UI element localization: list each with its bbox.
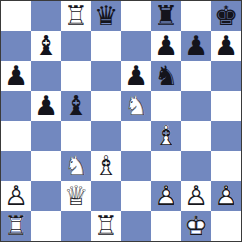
white-rook-outline: ♖ [91, 211, 121, 241]
square-h5[interactable] [211, 91, 241, 121]
square-c7[interactable] [61, 31, 91, 61]
black-pawn-glyph: ♟ [211, 31, 241, 61]
square-a4[interactable] [1, 121, 31, 151]
white-pawn[interactable]: ♟♙ [211, 181, 241, 211]
white-pawn[interactable]: ♟♙ [151, 181, 181, 211]
square-f1[interactable] [151, 211, 181, 241]
square-b5[interactable]: ♟ [31, 91, 61, 121]
black-bishop[interactable]: ♝ [31, 31, 61, 61]
black-pawn[interactable]: ♟ [211, 31, 241, 61]
black-bishop-glyph: ♝ [61, 91, 91, 121]
black-pawn-glyph: ♟ [1, 61, 31, 91]
square-c4[interactable] [61, 121, 91, 151]
white-knight[interactable]: ♞♘ [61, 151, 91, 181]
square-e7[interactable] [121, 31, 151, 61]
black-queen[interactable]: ♛ [91, 1, 121, 31]
square-c1[interactable] [61, 211, 91, 241]
square-f7[interactable]: ♟ [151, 31, 181, 61]
black-rook[interactable]: ♜ [151, 1, 181, 31]
white-pawn-outline: ♙ [181, 181, 211, 211]
black-rook-glyph: ♜ [151, 1, 181, 31]
black-knight-glyph: ♞ [151, 61, 181, 91]
black-queen-glyph: ♛ [91, 1, 121, 31]
square-b3[interactable] [31, 151, 61, 181]
square-a3[interactable] [1, 151, 31, 181]
square-h3[interactable] [211, 151, 241, 181]
square-h4[interactable] [211, 121, 241, 151]
white-pawn[interactable]: ♟♙ [181, 181, 211, 211]
square-c8[interactable]: ♜♖ [61, 1, 91, 31]
square-e2[interactable] [121, 181, 151, 211]
black-pawn-glyph: ♟ [181, 31, 211, 61]
square-e8[interactable] [121, 1, 151, 31]
white-queen-outline: ♕ [61, 181, 91, 211]
square-h1[interactable] [211, 211, 241, 241]
square-h6[interactable] [211, 61, 241, 91]
square-f2[interactable]: ♟♙ [151, 181, 181, 211]
square-g5[interactable] [181, 91, 211, 121]
square-g3[interactable] [181, 151, 211, 181]
square-h8[interactable]: ♚ [211, 1, 241, 31]
white-bishop-outline: ♗ [91, 151, 121, 181]
square-a7[interactable] [1, 31, 31, 61]
white-bishop-outline: ♗ [151, 121, 181, 151]
white-rook[interactable]: ♜♖ [1, 211, 31, 241]
square-a5[interactable] [1, 91, 31, 121]
white-rook[interactable]: ♜♖ [91, 211, 121, 241]
white-rook-outline: ♖ [61, 1, 91, 31]
square-e3[interactable] [121, 151, 151, 181]
square-d5[interactable] [91, 91, 121, 121]
square-e6[interactable]: ♟ [121, 61, 151, 91]
black-king[interactable]: ♚ [211, 1, 241, 31]
square-a1[interactable]: ♜♖ [1, 211, 31, 241]
square-e5[interactable]: ♞♘ [121, 91, 151, 121]
white-pawn-outline: ♙ [211, 181, 241, 211]
white-queen[interactable]: ♛♕ [61, 181, 91, 211]
square-d6[interactable] [91, 61, 121, 91]
square-g8[interactable] [181, 1, 211, 31]
square-f3[interactable] [151, 151, 181, 181]
square-d2[interactable] [91, 181, 121, 211]
black-pawn-glyph: ♟ [151, 31, 181, 61]
chess-board: ♜♖♛♜♚♝♟♟♟♟♟♞♟♝♞♘♝♗♞♘♝♗♟♙♛♕♟♙♟♙♟♙♜♖♜♖♚♔ [0, 0, 242, 242]
white-king-outline: ♔ [181, 211, 211, 241]
square-g4[interactable] [181, 121, 211, 151]
white-king[interactable]: ♚♔ [181, 211, 211, 241]
square-a2[interactable]: ♟♙ [1, 181, 31, 211]
square-b7[interactable]: ♝ [31, 31, 61, 61]
square-c6[interactable] [61, 61, 91, 91]
black-pawn[interactable]: ♟ [121, 61, 151, 91]
square-f4[interactable]: ♝♗ [151, 121, 181, 151]
black-pawn[interactable]: ♟ [181, 31, 211, 61]
square-c3[interactable]: ♞♘ [61, 151, 91, 181]
square-g1[interactable]: ♚♔ [181, 211, 211, 241]
black-bishop[interactable]: ♝ [61, 91, 91, 121]
square-h2[interactable]: ♟♙ [211, 181, 241, 211]
white-bishop[interactable]: ♝♗ [151, 121, 181, 151]
square-d4[interactable] [91, 121, 121, 151]
black-pawn[interactable]: ♟ [31, 91, 61, 121]
square-d1[interactable]: ♜♖ [91, 211, 121, 241]
white-bishop[interactable]: ♝♗ [91, 151, 121, 181]
white-knight-outline: ♘ [61, 151, 91, 181]
white-rook[interactable]: ♜♖ [61, 1, 91, 31]
white-pawn-outline: ♙ [151, 181, 181, 211]
square-f6[interactable]: ♞ [151, 61, 181, 91]
square-f8[interactable]: ♜ [151, 1, 181, 31]
square-e1[interactable] [121, 211, 151, 241]
white-rook-outline: ♖ [1, 211, 31, 241]
square-b4[interactable] [31, 121, 61, 151]
square-d3[interactable]: ♝♗ [91, 151, 121, 181]
square-e4[interactable] [121, 121, 151, 151]
square-g6[interactable] [181, 61, 211, 91]
black-bishop-glyph: ♝ [31, 31, 61, 61]
square-b6[interactable] [31, 61, 61, 91]
square-d7[interactable] [91, 31, 121, 61]
black-knight[interactable]: ♞ [151, 61, 181, 91]
black-pawn-glyph: ♟ [121, 61, 151, 91]
black-pawn[interactable]: ♟ [151, 31, 181, 61]
square-b8[interactable] [31, 1, 61, 31]
square-h7[interactable]: ♟ [211, 31, 241, 61]
square-b2[interactable] [31, 181, 61, 211]
white-knight-outline: ♘ [121, 91, 151, 121]
square-f5[interactable] [151, 91, 181, 121]
square-b1[interactable] [31, 211, 61, 241]
square-c5[interactable]: ♝ [61, 91, 91, 121]
white-pawn[interactable]: ♟♙ [1, 181, 31, 211]
black-pawn[interactable]: ♟ [1, 61, 31, 91]
square-d8[interactable]: ♛ [91, 1, 121, 31]
black-pawn-glyph: ♟ [31, 91, 61, 121]
square-a6[interactable]: ♟ [1, 61, 31, 91]
square-c2[interactable]: ♛♕ [61, 181, 91, 211]
square-g2[interactable]: ♟♙ [181, 181, 211, 211]
square-g7[interactable]: ♟ [181, 31, 211, 61]
black-king-glyph: ♚ [211, 1, 241, 31]
square-a8[interactable] [1, 1, 31, 31]
white-knight[interactable]: ♞♘ [121, 91, 151, 121]
chess-board-grid: ♜♖♛♜♚♝♟♟♟♟♟♞♟♝♞♘♝♗♞♘♝♗♟♙♛♕♟♙♟♙♟♙♜♖♜♖♚♔ [1, 1, 241, 241]
white-pawn-outline: ♙ [1, 181, 31, 211]
